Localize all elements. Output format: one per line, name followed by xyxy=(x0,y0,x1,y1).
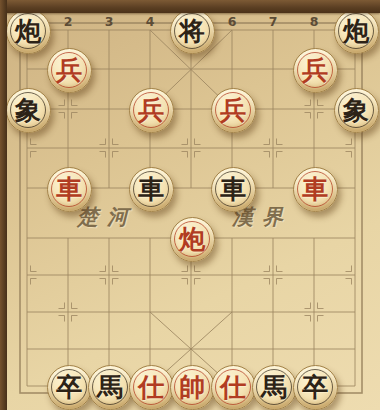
piece-character: 兵 xyxy=(302,57,328,83)
piece-character: 兵 xyxy=(56,57,82,83)
piece-red-soldier[interactable]: 兵 xyxy=(129,88,174,133)
piece-red-advisor[interactable]: 仕 xyxy=(129,365,174,410)
piece-character: 馬 xyxy=(261,374,287,400)
piece-red-advisor[interactable]: 仕 xyxy=(211,365,256,410)
piece-character: 将 xyxy=(179,18,205,44)
piece-character: 炮 xyxy=(15,18,41,44)
piece-red-soldier[interactable]: 兵 xyxy=(293,48,338,93)
xiangqi-app: 123456789 楚河 漢界 炮将炮兵兵象兵兵象車車車車炮卒馬仕帥仕馬卒 xyxy=(0,0,380,410)
piece-character: 炮 xyxy=(343,18,369,44)
piece-red-cannon[interactable]: 炮 xyxy=(170,217,215,262)
column-label-3: 3 xyxy=(99,14,119,29)
column-label-7: 7 xyxy=(263,14,283,29)
piece-black-horse[interactable]: 馬 xyxy=(88,365,133,410)
piece-character: 仕 xyxy=(220,374,246,400)
piece-character: 車 xyxy=(220,176,246,202)
piece-black-horse[interactable]: 馬 xyxy=(252,365,297,410)
piece-character: 兵 xyxy=(220,97,246,123)
piece-black-elephant[interactable]: 象 xyxy=(6,88,51,133)
column-label-4: 4 xyxy=(140,14,160,29)
piece-red-chariot[interactable]: 車 xyxy=(293,167,338,212)
piece-black-soldier[interactable]: 卒 xyxy=(293,365,338,410)
piece-black-chariot[interactable]: 車 xyxy=(129,167,174,212)
piece-red-chariot[interactable]: 車 xyxy=(47,167,92,212)
river-label-left: 楚河 xyxy=(77,203,137,231)
xiangqi-board[interactable]: 123456789 楚河 漢界 炮将炮兵兵象兵兵象車車車車炮卒馬仕帥仕馬卒 xyxy=(0,0,380,410)
piece-character: 馬 xyxy=(97,374,123,400)
column-label-2: 2 xyxy=(58,14,78,29)
piece-character: 帥 xyxy=(179,374,205,400)
piece-character: 象 xyxy=(343,97,369,123)
piece-black-elephant[interactable]: 象 xyxy=(334,88,379,133)
piece-character: 炮 xyxy=(179,226,205,252)
piece-character: 車 xyxy=(302,176,328,202)
piece-character: 仕 xyxy=(138,374,164,400)
column-label-6: 6 xyxy=(222,14,242,29)
piece-black-soldier[interactable]: 卒 xyxy=(47,365,92,410)
column-label-8: 8 xyxy=(304,14,324,29)
piece-black-cannon[interactable]: 炮 xyxy=(6,9,51,54)
piece-black-general[interactable]: 将 xyxy=(170,9,215,54)
piece-black-chariot[interactable]: 車 xyxy=(211,167,256,212)
piece-character: 卒 xyxy=(302,374,328,400)
piece-character: 兵 xyxy=(138,97,164,123)
piece-character: 卒 xyxy=(56,374,82,400)
piece-character: 車 xyxy=(56,176,82,202)
piece-black-cannon[interactable]: 炮 xyxy=(334,9,379,54)
piece-character: 象 xyxy=(15,97,41,123)
piece-character: 車 xyxy=(138,176,164,202)
piece-red-soldier[interactable]: 兵 xyxy=(47,48,92,93)
piece-red-general[interactable]: 帥 xyxy=(170,365,215,410)
board-frame-left xyxy=(0,0,7,410)
board-frame-top xyxy=(0,0,380,13)
piece-red-soldier[interactable]: 兵 xyxy=(211,88,256,133)
